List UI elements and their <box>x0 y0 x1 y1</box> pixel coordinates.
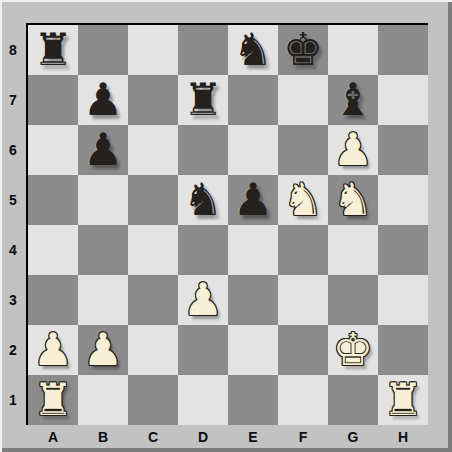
square-c8[interactable] <box>128 25 178 75</box>
square-h7[interactable] <box>378 75 428 125</box>
square-h4[interactable] <box>378 225 428 275</box>
rank-label-2: 2 <box>0 325 26 375</box>
square-d5[interactable]: ♞ <box>178 175 228 225</box>
square-h8[interactable] <box>378 25 428 75</box>
piece-black-pawn[interactable]: ♟ <box>78 125 128 175</box>
file-label-d: D <box>178 426 228 448</box>
square-h6[interactable] <box>378 125 428 175</box>
rank-labels: 8 7 6 5 4 3 2 1 <box>0 25 26 425</box>
square-b4[interactable] <box>78 225 128 275</box>
square-f6[interactable] <box>278 125 328 175</box>
file-label-g: G <box>328 426 378 448</box>
square-d4[interactable] <box>178 225 228 275</box>
square-b5[interactable] <box>78 175 128 225</box>
square-g2[interactable]: ♚ <box>328 325 378 375</box>
file-label-b: B <box>78 426 128 448</box>
file-label-e: E <box>228 426 278 448</box>
piece-white-knight[interactable]: ♞ <box>278 175 328 225</box>
square-a6[interactable] <box>28 125 78 175</box>
file-labels: A B C D E F G H <box>28 426 428 448</box>
rank-label-5: 5 <box>0 175 26 225</box>
square-c6[interactable] <box>128 125 178 175</box>
square-d3[interactable]: ♟ <box>178 275 228 325</box>
file-label-a: A <box>28 426 78 448</box>
chess-diagram-frame: 8 7 6 5 4 3 2 1 ♜♞♚♟♜♝♟♟♞♟♞♞♟♟♟♚♜♜ A B C… <box>0 0 452 452</box>
file-label-f: F <box>278 426 328 448</box>
square-g4[interactable] <box>328 225 378 275</box>
piece-black-bishop[interactable]: ♝ <box>328 75 378 125</box>
square-h1[interactable]: ♜ <box>378 375 428 425</box>
square-e4[interactable] <box>228 225 278 275</box>
square-f2[interactable] <box>278 325 328 375</box>
square-g8[interactable] <box>328 25 378 75</box>
square-h3[interactable] <box>378 275 428 325</box>
square-d2[interactable] <box>178 325 228 375</box>
square-b1[interactable] <box>78 375 128 425</box>
square-f1[interactable] <box>278 375 328 425</box>
piece-black-rook[interactable]: ♜ <box>178 75 228 125</box>
square-a1[interactable]: ♜ <box>28 375 78 425</box>
piece-white-pawn[interactable]: ♟ <box>178 275 228 325</box>
square-e7[interactable] <box>228 75 278 125</box>
piece-white-pawn[interactable]: ♟ <box>78 325 128 375</box>
square-c1[interactable] <box>128 375 178 425</box>
square-b3[interactable] <box>78 275 128 325</box>
square-e2[interactable] <box>228 325 278 375</box>
rank-label-3: 3 <box>0 275 26 325</box>
square-d7[interactable]: ♜ <box>178 75 228 125</box>
square-b7[interactable]: ♟ <box>78 75 128 125</box>
square-f5[interactable]: ♞ <box>278 175 328 225</box>
square-g5[interactable]: ♞ <box>328 175 378 225</box>
square-d8[interactable] <box>178 25 228 75</box>
rank-label-8: 8 <box>0 25 26 75</box>
square-c4[interactable] <box>128 225 178 275</box>
piece-white-pawn[interactable]: ♟ <box>328 125 378 175</box>
square-c5[interactable] <box>128 175 178 225</box>
square-b8[interactable] <box>78 25 128 75</box>
square-f3[interactable] <box>278 275 328 325</box>
piece-black-knight[interactable]: ♞ <box>228 25 278 75</box>
square-f7[interactable] <box>278 75 328 125</box>
square-a7[interactable] <box>28 75 78 125</box>
piece-white-king[interactable]: ♚ <box>328 325 378 375</box>
piece-white-rook[interactable]: ♜ <box>28 375 78 425</box>
rank-label-1: 1 <box>0 375 26 425</box>
rank-label-7: 7 <box>0 75 26 125</box>
piece-white-pawn[interactable]: ♟ <box>28 325 78 375</box>
rank-label-6: 6 <box>0 125 26 175</box>
square-g3[interactable] <box>328 275 378 325</box>
square-h5[interactable] <box>378 175 428 225</box>
piece-black-pawn[interactable]: ♟ <box>228 175 278 225</box>
square-f8[interactable]: ♚ <box>278 25 328 75</box>
piece-white-knight[interactable]: ♞ <box>328 175 378 225</box>
square-d6[interactable] <box>178 125 228 175</box>
square-a4[interactable] <box>28 225 78 275</box>
square-e3[interactable] <box>228 275 278 325</box>
square-f4[interactable] <box>278 225 328 275</box>
square-e6[interactable] <box>228 125 278 175</box>
square-a5[interactable] <box>28 175 78 225</box>
square-a8[interactable]: ♜ <box>28 25 78 75</box>
piece-black-rook[interactable]: ♜ <box>28 25 78 75</box>
piece-black-pawn[interactable]: ♟ <box>78 75 128 125</box>
square-b6[interactable]: ♟ <box>78 125 128 175</box>
piece-black-king[interactable]: ♚ <box>278 25 328 75</box>
piece-white-rook[interactable]: ♜ <box>378 375 428 425</box>
square-h2[interactable] <box>378 325 428 375</box>
square-a2[interactable]: ♟ <box>28 325 78 375</box>
chess-board: ♜♞♚♟♜♝♟♟♞♟♞♞♟♟♟♚♜♜ <box>26 23 428 425</box>
square-e5[interactable]: ♟ <box>228 175 278 225</box>
piece-black-knight[interactable]: ♞ <box>178 175 228 225</box>
square-g1[interactable] <box>328 375 378 425</box>
square-c3[interactable] <box>128 275 178 325</box>
square-b2[interactable]: ♟ <box>78 325 128 375</box>
rank-label-4: 4 <box>0 225 26 275</box>
square-g7[interactable]: ♝ <box>328 75 378 125</box>
square-c7[interactable] <box>128 75 178 125</box>
square-c2[interactable] <box>128 325 178 375</box>
square-e8[interactable]: ♞ <box>228 25 278 75</box>
square-g6[interactable]: ♟ <box>328 125 378 175</box>
file-label-h: H <box>378 426 428 448</box>
square-e1[interactable] <box>228 375 278 425</box>
square-a3[interactable] <box>28 275 78 325</box>
square-d1[interactable] <box>178 375 228 425</box>
file-label-c: C <box>128 426 178 448</box>
